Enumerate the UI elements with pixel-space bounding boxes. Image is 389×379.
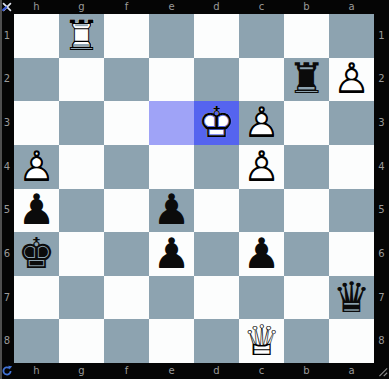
square-f7[interactable] <box>104 276 149 320</box>
square-e8[interactable] <box>149 319 194 363</box>
square-h1[interactable] <box>14 14 59 58</box>
square-f8[interactable] <box>104 319 149 363</box>
piece-black-pawn[interactable]: ♟ <box>243 233 281 275</box>
square-g7[interactable] <box>59 276 104 320</box>
black-pawn-glyph: ♟ <box>18 189 56 231</box>
square-f4[interactable] <box>104 145 149 189</box>
rank-label-7: 7 <box>374 276 389 320</box>
square-d5[interactable] <box>194 189 239 233</box>
chess-board: ♜♖♜♟♙♚♔♟♙♟♙♟♙♟♟♚♟♟♛♛♕ <box>14 14 374 363</box>
square-h2[interactable] <box>14 58 59 102</box>
rank-label-3: 3 <box>0 101 14 145</box>
square-d2[interactable] <box>194 58 239 102</box>
rank-label-4: 4 <box>374 145 389 189</box>
square-g3[interactable] <box>59 101 104 145</box>
white-queen-outline: ♕ <box>243 320 281 362</box>
black-pawn-glyph: ♟ <box>243 233 281 275</box>
square-d3[interactable]: ♚♔ <box>194 101 239 145</box>
rank-label-8: 8 <box>0 319 14 363</box>
square-a5[interactable] <box>329 189 374 233</box>
square-g8[interactable] <box>59 319 104 363</box>
rank-label-8: 8 <box>374 319 389 363</box>
tools-icon <box>1 1 13 13</box>
square-h5[interactable]: ♟ <box>14 189 59 233</box>
file-label-e: e <box>149 0 194 14</box>
piece-black-pawn[interactable]: ♟ <box>18 189 56 231</box>
square-f1[interactable] <box>104 14 149 58</box>
square-e5[interactable]: ♟ <box>149 189 194 233</box>
black-rook-glyph: ♜ <box>288 58 326 100</box>
rank-label-4: 4 <box>0 145 14 189</box>
file-label-b: b <box>284 363 329 379</box>
rank-label-5: 5 <box>374 189 389 233</box>
rank-label-1: 1 <box>0 14 14 58</box>
square-d7[interactable] <box>194 276 239 320</box>
square-g6[interactable] <box>59 232 104 276</box>
file-label-g: g <box>59 363 104 379</box>
file-label-a: a <box>329 0 374 14</box>
piece-white-pawn[interactable]: ♟♙ <box>18 146 56 188</box>
black-king-glyph: ♚ <box>18 233 56 275</box>
square-g5[interactable] <box>59 189 104 233</box>
square-g1[interactable]: ♜♖ <box>59 14 104 58</box>
rank-label-1: 1 <box>374 14 389 58</box>
rank-label-2: 2 <box>374 58 389 102</box>
file-label-f: f <box>104 0 149 14</box>
corner-top-right <box>374 0 389 14</box>
square-h3[interactable] <box>14 101 59 145</box>
square-b8[interactable] <box>284 319 329 363</box>
square-e3[interactable] <box>149 101 194 145</box>
square-h4[interactable]: ♟♙ <box>14 145 59 189</box>
square-f5[interactable] <box>104 189 149 233</box>
file-label-h: h <box>14 363 59 379</box>
square-a1[interactable] <box>329 14 374 58</box>
rank-label-6: 6 <box>374 232 389 276</box>
file-label-c: c <box>239 363 284 379</box>
square-f3[interactable] <box>104 101 149 145</box>
square-h6[interactable]: ♚ <box>14 232 59 276</box>
square-c8[interactable]: ♛♕ <box>239 319 284 363</box>
white-pawn-outline: ♙ <box>333 58 371 100</box>
piece-black-rook[interactable]: ♜ <box>288 58 326 100</box>
square-d8[interactable] <box>194 319 239 363</box>
square-a3[interactable] <box>329 101 374 145</box>
black-pawn-glyph: ♟ <box>153 189 191 231</box>
black-queen-glyph: ♛ <box>333 277 371 319</box>
resize-grip-icon <box>376 365 388 377</box>
file-label-a: a <box>329 363 374 379</box>
piece-black-pawn[interactable]: ♟ <box>153 233 191 275</box>
white-pawn-outline: ♙ <box>243 146 281 188</box>
rank-label-3: 3 <box>374 101 389 145</box>
ranks-labels-left: 12345678 <box>0 14 14 363</box>
resize-handle[interactable] <box>374 363 389 379</box>
file-label-h: h <box>14 0 59 14</box>
square-b4[interactable] <box>284 145 329 189</box>
piece-white-pawn[interactable]: ♟♙ <box>333 58 371 100</box>
square-c4[interactable]: ♟♙ <box>239 145 284 189</box>
tools-button[interactable] <box>0 0 14 14</box>
square-a4[interactable] <box>329 145 374 189</box>
square-e4[interactable] <box>149 145 194 189</box>
chess-board-widget: hgfedcba 12345678 ♜♖♜♟♙♚♔♟♙♟♙♟♙♟♟♚♟♟♛♛♕ … <box>0 0 389 379</box>
file-label-d: d <box>194 0 239 14</box>
window-edge <box>0 0 2 379</box>
square-c6[interactable]: ♟ <box>239 232 284 276</box>
square-b6[interactable] <box>284 232 329 276</box>
square-e7[interactable] <box>149 276 194 320</box>
square-d4[interactable] <box>194 145 239 189</box>
file-label-d: d <box>194 363 239 379</box>
square-g2[interactable] <box>59 58 104 102</box>
file-label-f: f <box>104 363 149 379</box>
refresh-button[interactable] <box>0 363 14 379</box>
square-e1[interactable] <box>149 14 194 58</box>
files-labels-bottom: hgfedcba <box>14 363 374 379</box>
square-c2[interactable] <box>239 58 284 102</box>
square-c5[interactable] <box>239 189 284 233</box>
square-a2[interactable]: ♟♙ <box>329 58 374 102</box>
square-a7[interactable]: ♛ <box>329 276 374 320</box>
square-h8[interactable] <box>14 319 59 363</box>
rank-label-7: 7 <box>0 276 14 320</box>
square-a8[interactable] <box>329 319 374 363</box>
ranks-labels-right: 12345678 <box>374 14 389 363</box>
rank-label-6: 6 <box>0 232 14 276</box>
square-c3[interactable]: ♟♙ <box>239 101 284 145</box>
white-rook-outline: ♖ <box>63 15 101 57</box>
rank-label-5: 5 <box>0 189 14 233</box>
square-c7[interactable] <box>239 276 284 320</box>
square-b7[interactable] <box>284 276 329 320</box>
square-e2[interactable] <box>149 58 194 102</box>
file-label-e: e <box>149 363 194 379</box>
square-d6[interactable] <box>194 232 239 276</box>
square-b3[interactable] <box>284 101 329 145</box>
square-b2[interactable]: ♜ <box>284 58 329 102</box>
square-b5[interactable] <box>284 189 329 233</box>
refresh-icon <box>1 365 13 377</box>
piece-black-king[interactable]: ♚ <box>18 233 56 275</box>
square-e6[interactable]: ♟ <box>149 232 194 276</box>
white-pawn-outline: ♙ <box>18 146 56 188</box>
square-g4[interactable] <box>59 145 104 189</box>
piece-black-pawn[interactable]: ♟ <box>153 189 191 231</box>
rank-label-2: 2 <box>0 58 14 102</box>
white-pawn-outline: ♙ <box>243 102 281 144</box>
piece-white-rook[interactable]: ♜♖ <box>63 15 101 57</box>
piece-white-pawn[interactable]: ♟♙ <box>243 102 281 144</box>
black-pawn-glyph: ♟ <box>153 233 191 275</box>
piece-white-pawn[interactable]: ♟♙ <box>243 146 281 188</box>
square-b1[interactable] <box>284 14 329 58</box>
square-c1[interactable] <box>239 14 284 58</box>
piece-white-queen[interactable]: ♛♕ <box>243 320 281 362</box>
square-a6[interactable] <box>329 232 374 276</box>
file-label-c: c <box>239 0 284 14</box>
square-f6[interactable] <box>104 232 149 276</box>
piece-white-king[interactable]: ♚♔ <box>198 102 236 144</box>
square-d1[interactable] <box>194 14 239 58</box>
square-h7[interactable] <box>14 276 59 320</box>
square-f2[interactable] <box>104 58 149 102</box>
piece-black-queen[interactable]: ♛ <box>333 277 371 319</box>
file-label-b: b <box>284 0 329 14</box>
white-king-outline: ♔ <box>198 102 236 144</box>
